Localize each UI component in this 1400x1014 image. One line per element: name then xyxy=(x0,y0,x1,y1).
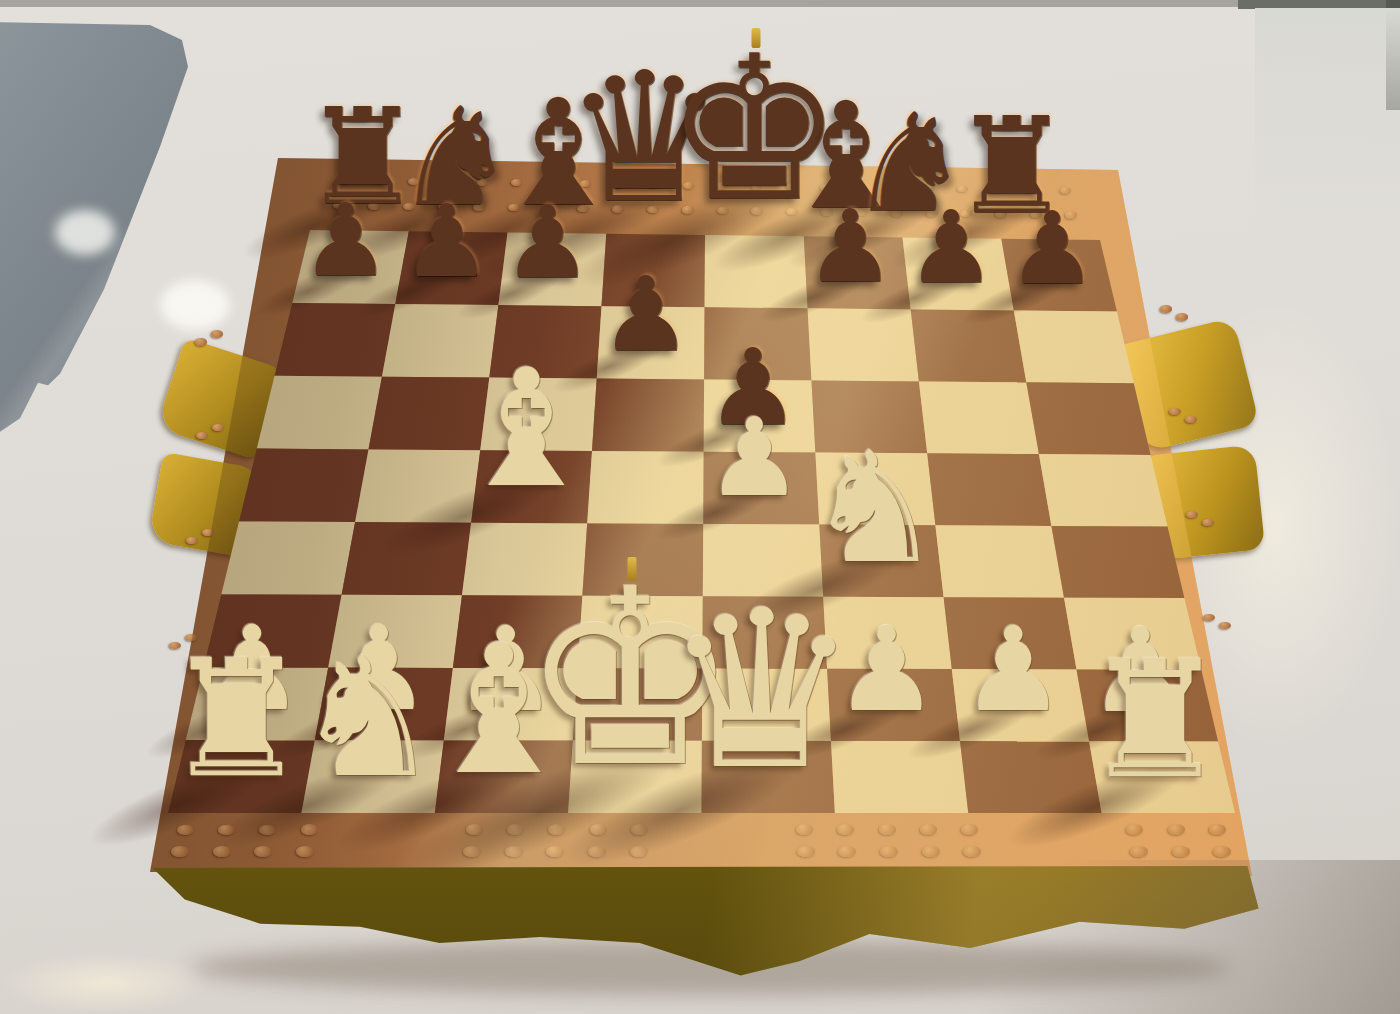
piece-white-queen-e1: ♛ xyxy=(663,582,859,801)
piece-black-pawn-a8: ♟ xyxy=(301,191,391,291)
piece-black-pawn-g8: ♟ xyxy=(906,198,996,298)
piece-black-pawn-h8: ♟ xyxy=(1007,199,1097,299)
piece-white-pawn-g2: ♟ xyxy=(961,612,1066,729)
piece-white-pawn-e5: ♟ xyxy=(706,404,803,512)
piece-white-bishop-c5: ♝ xyxy=(454,348,600,511)
gold-crown-topper xyxy=(628,557,637,581)
piece-white-rook-a1: ♜ xyxy=(164,638,309,800)
pieces-layer: ♜♞♝♛♚♝♞♜♟♟♟♟♟♟♟♟♝♟♞♟♟♟♟♟♟♜♞♝♚♛♜ xyxy=(0,0,1400,1014)
piece-black-pawn-f8: ♟ xyxy=(805,197,895,297)
piece-black-pawn-d7: ♟ xyxy=(600,264,692,367)
photo-scene: { "game": "chess", "scene": { "setting":… xyxy=(0,0,1400,1014)
piece-black-pawn-b8: ♟ xyxy=(402,192,492,292)
piece-white-rook-h1: ♜ xyxy=(1082,639,1227,801)
piece-white-knight-f4: ♞ xyxy=(805,431,943,585)
gold-crown-topper xyxy=(752,28,761,48)
piece-black-pawn-c8: ♟ xyxy=(503,193,593,293)
